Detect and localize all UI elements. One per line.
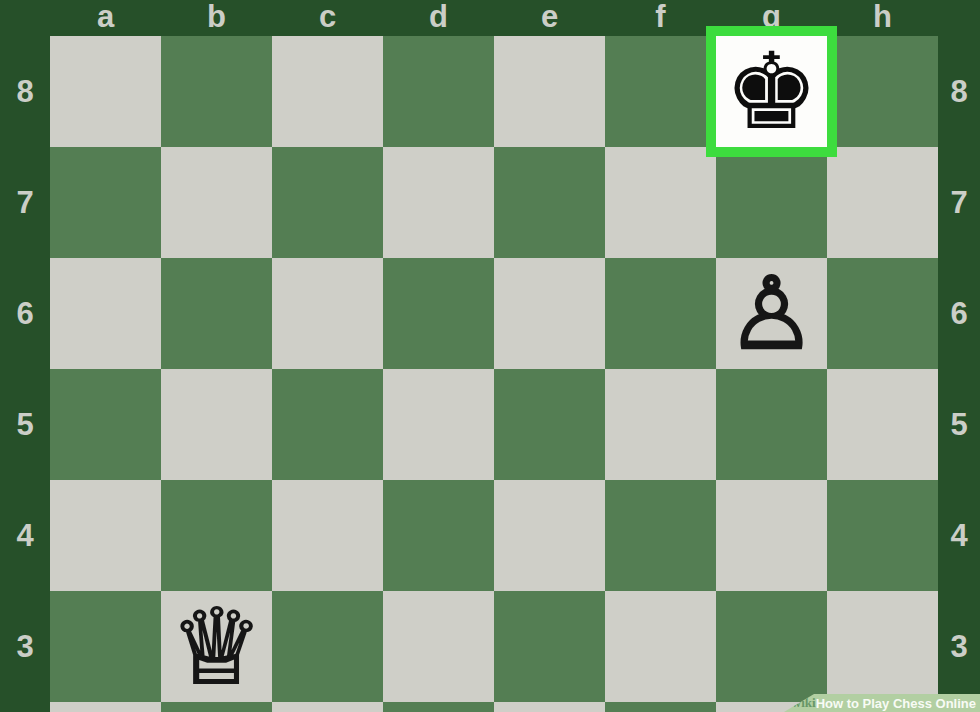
square-h8[interactable] xyxy=(827,36,938,147)
square-e7[interactable] xyxy=(494,147,605,258)
square-b6[interactable] xyxy=(161,258,272,369)
square-h7[interactable] xyxy=(827,147,938,258)
square-d8[interactable] xyxy=(383,36,494,147)
file-label-a: a xyxy=(50,0,161,36)
square-h6[interactable] xyxy=(827,258,938,369)
square-h4[interactable] xyxy=(827,480,938,591)
rank-label-left-5: 5 xyxy=(0,369,50,480)
square-a8[interactable] xyxy=(50,36,161,147)
square-c8[interactable] xyxy=(272,36,383,147)
file-label-d: d xyxy=(383,0,494,36)
square-e3[interactable] xyxy=(494,591,605,702)
rank-label-right-4: 4 xyxy=(938,480,980,591)
rank-labels-left: 876543 xyxy=(0,36,50,702)
rank-label-right-5: 5 xyxy=(938,369,980,480)
square-d7[interactable] xyxy=(383,147,494,258)
square-e8[interactable] xyxy=(494,36,605,147)
square-b4[interactable] xyxy=(161,480,272,591)
rank-label-left-6: 6 xyxy=(0,258,50,369)
square-g8[interactable]: ♚ xyxy=(716,36,827,147)
square-h5[interactable] xyxy=(827,369,938,480)
square-a3[interactable] xyxy=(50,591,161,702)
square-f3[interactable] xyxy=(605,591,716,702)
square-b7[interactable] xyxy=(161,147,272,258)
square-a4[interactable] xyxy=(50,480,161,591)
rank-label-left-8: 8 xyxy=(0,36,50,147)
rank-label-left-7: 7 xyxy=(0,147,50,258)
watermark-title-text: How to Play Chess Online xyxy=(816,696,976,711)
file-label-h: h xyxy=(827,0,938,36)
square-a6[interactable] xyxy=(50,258,161,369)
square-c4[interactable] xyxy=(272,480,383,591)
white-pawn[interactable]: ♙ xyxy=(716,258,827,369)
rank-label-right-7: 7 xyxy=(938,147,980,258)
square-e6[interactable] xyxy=(494,258,605,369)
square-a5[interactable] xyxy=(50,369,161,480)
rank-label-right-3: 3 xyxy=(938,591,980,702)
rank-label-right-6: 6 xyxy=(938,258,980,369)
square-c3[interactable] xyxy=(272,591,383,702)
square-e4[interactable] xyxy=(494,480,605,591)
square-e5[interactable] xyxy=(494,369,605,480)
file-label-b: b xyxy=(161,0,272,36)
square-g4[interactable] xyxy=(716,480,827,591)
square-b3[interactable]: ♕ xyxy=(161,591,272,702)
white-queen[interactable]: ♕ xyxy=(161,591,272,702)
square-d2[interactable] xyxy=(383,702,494,712)
square-g5[interactable] xyxy=(716,369,827,480)
square-a2[interactable] xyxy=(50,702,161,712)
rank-label-right-8: 8 xyxy=(938,36,980,147)
square-c5[interactable] xyxy=(272,369,383,480)
square-d5[interactable] xyxy=(383,369,494,480)
square-f5[interactable] xyxy=(605,369,716,480)
wikihow-watermark: wikiHow to Play Chess Online xyxy=(784,694,980,712)
board: ♚♙♕ xyxy=(50,36,938,712)
square-c2[interactable] xyxy=(272,702,383,712)
square-a7[interactable] xyxy=(50,147,161,258)
square-f4[interactable] xyxy=(605,480,716,591)
square-g6[interactable]: ♙ xyxy=(716,258,827,369)
square-f8[interactable] xyxy=(605,36,716,147)
rank-labels-right: 876543 xyxy=(938,36,980,702)
square-f2[interactable] xyxy=(605,702,716,712)
square-g7[interactable] xyxy=(716,147,827,258)
square-d3[interactable] xyxy=(383,591,494,702)
square-e2[interactable] xyxy=(494,702,605,712)
square-d6[interactable] xyxy=(383,258,494,369)
square-f7[interactable] xyxy=(605,147,716,258)
square-b8[interactable] xyxy=(161,36,272,147)
square-h3[interactable] xyxy=(827,591,938,702)
square-b5[interactable] xyxy=(161,369,272,480)
file-label-f: f xyxy=(605,0,716,36)
square-c7[interactable] xyxy=(272,147,383,258)
square-d4[interactable] xyxy=(383,480,494,591)
square-c6[interactable] xyxy=(272,258,383,369)
file-label-c: c xyxy=(272,0,383,36)
square-g3[interactable] xyxy=(716,591,827,702)
square-b2[interactable] xyxy=(161,702,272,712)
rank-label-left-4: 4 xyxy=(0,480,50,591)
chessboard-screenshot: abcdefgh 876543 876543 ♚♙♕ wikiHow to Pl… xyxy=(0,0,980,712)
black-king[interactable]: ♚ xyxy=(716,36,827,147)
square-f6[interactable] xyxy=(605,258,716,369)
rank-label-left-3: 3 xyxy=(0,591,50,702)
file-label-e: e xyxy=(494,0,605,36)
